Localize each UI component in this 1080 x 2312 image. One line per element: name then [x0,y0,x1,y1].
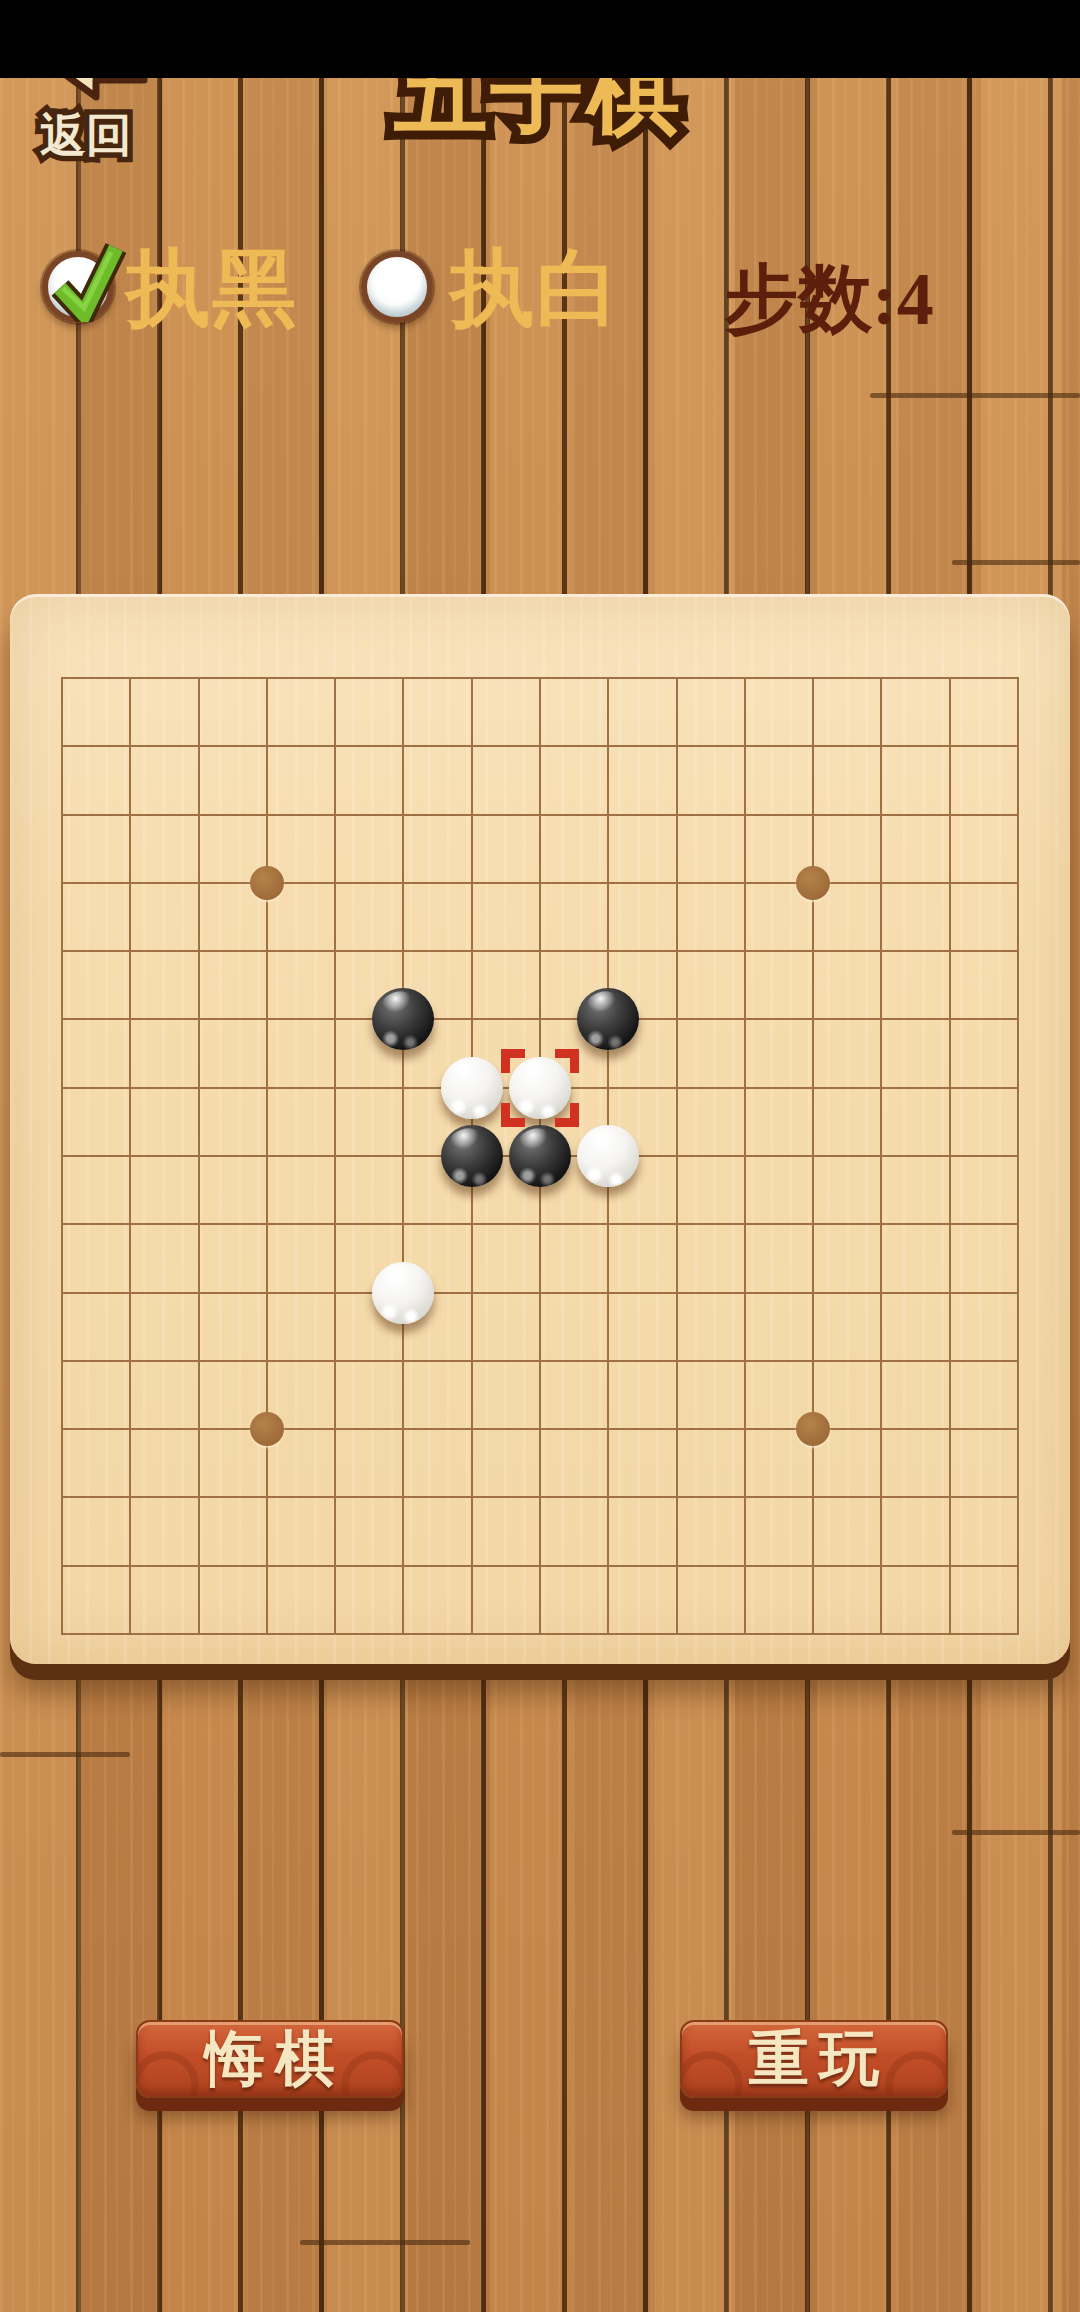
grid-cell[interactable] [129,882,197,950]
wood-seam [0,1752,130,1757]
grid-cell[interactable] [677,1430,745,1498]
grid-cell[interactable] [61,1019,129,1087]
grid-cell[interactable] [608,1224,676,1292]
grid-cell[interactable] [472,1224,540,1292]
grid-cell[interactable] [266,1224,334,1292]
grid-cell[interactable] [403,882,471,950]
board-grid[interactable] [61,677,1019,1635]
grid-cell[interactable] [335,745,403,813]
grid-cell[interactable] [882,1088,950,1156]
grid-cell[interactable] [403,1430,471,1498]
grid-cell[interactable] [198,745,266,813]
star-point [796,1412,830,1446]
grid-cell[interactable] [677,1293,745,1361]
grid-cell[interactable] [61,1361,129,1429]
wood-seam [952,560,1080,565]
grid-cell[interactable] [266,951,334,1019]
grid-cell[interactable] [677,882,745,950]
grid-cell[interactable] [61,951,129,1019]
grid-cell[interactable] [677,1224,745,1292]
grid-cell[interactable] [882,1498,950,1566]
grid-cell[interactable] [335,1430,403,1498]
grid-cell[interactable] [540,1498,608,1566]
grid-cell[interactable] [61,1293,129,1361]
grid-cell[interactable] [951,1019,1019,1087]
check-icon [50,238,126,322]
stone-white [441,1057,503,1119]
grid-cell[interactable] [266,1156,334,1224]
grid-cell[interactable] [198,1019,266,1087]
grid-cell[interactable] [951,1430,1019,1498]
grid-cell[interactable] [403,1361,471,1429]
restart-button-label: 重玩 [739,2020,889,2098]
grid-cell[interactable] [951,814,1019,882]
grid-cell[interactable] [472,1430,540,1498]
grid-cell[interactable] [403,1498,471,1566]
grid-cell[interactable] [951,1088,1019,1156]
grid-cell[interactable] [677,1156,745,1224]
grid-cell[interactable] [266,1088,334,1156]
grid-cell[interactable] [266,1293,334,1361]
grid-cell[interactable] [814,1567,882,1635]
grid-cell[interactable] [61,814,129,882]
grid-cell[interactable] [951,1498,1019,1566]
grid-cell[interactable] [61,1567,129,1635]
grid-cell[interactable] [472,882,540,950]
grid-cell[interactable] [61,1498,129,1566]
grid-cell[interactable] [403,1567,471,1635]
back-button-label: 返回 [40,112,132,158]
grid-cell[interactable] [61,882,129,950]
grid-cell[interactable] [677,677,745,745]
stone-black [509,1125,571,1187]
grid-cell[interactable] [882,745,950,813]
grid-cell[interactable] [882,1361,950,1429]
grid-cell[interactable] [951,745,1019,813]
grid-cell[interactable] [882,1224,950,1292]
grid-cell[interactable] [335,1498,403,1566]
play-black-label: 执黑 [126,246,298,330]
grid-cell[interactable] [198,1224,266,1292]
grid-cell[interactable] [677,1019,745,1087]
grid-cell[interactable] [608,814,676,882]
grid-cell[interactable] [608,882,676,950]
grid-cell[interactable] [61,745,129,813]
grid-cell[interactable] [335,677,403,745]
grid-cell[interactable] [335,1156,403,1224]
grid-cell[interactable] [540,882,608,950]
grid-cell[interactable] [403,677,471,745]
grid-cell[interactable] [61,677,129,745]
grid-cell[interactable] [129,1567,197,1635]
grid-cell[interactable] [403,745,471,813]
grid-cell[interactable] [472,1567,540,1635]
grid-cell[interactable] [745,677,813,745]
stone-white [372,1262,434,1324]
grid-cell[interactable] [198,1498,266,1566]
stone-black [441,1125,503,1187]
grid-cell[interactable] [882,882,950,950]
move-counter-label: 步数 [724,258,872,340]
grid-cell[interactable] [129,1224,197,1292]
move-counter-separator: : [872,258,897,340]
grid-cell[interactable] [540,1224,608,1292]
grid-cell[interactable] [129,1430,197,1498]
grid-cell[interactable] [951,951,1019,1019]
grid-cell[interactable] [608,1361,676,1429]
grid-cell[interactable] [608,1430,676,1498]
grid-cell[interactable] [266,1498,334,1566]
grid-cell[interactable] [403,814,471,882]
grid-cell[interactable] [198,1156,266,1224]
grid-cell[interactable] [472,1361,540,1429]
grid-cell[interactable] [540,1361,608,1429]
grid-cell[interactable] [745,1293,813,1361]
star-point [796,866,830,900]
grid-cell[interactable] [335,1361,403,1429]
grid-cell[interactable] [814,1498,882,1566]
grid-cell[interactable] [814,745,882,813]
wood-seam [952,1830,1080,1835]
grid-cell[interactable] [266,1567,334,1635]
grid-cell[interactable] [677,814,745,882]
grid-cell[interactable] [129,1019,197,1087]
grid-cell[interactable] [951,1224,1019,1292]
grid-cell[interactable] [814,1019,882,1087]
grid-cell[interactable] [882,677,950,745]
grid-cell[interactable] [198,951,266,1019]
grid-cell[interactable] [129,1088,197,1156]
grid-cell[interactable] [814,1293,882,1361]
grid-cell[interactable] [677,1361,745,1429]
grid-cell[interactable] [677,951,745,1019]
grid-cell[interactable] [129,1156,197,1224]
grid-cell[interactable] [608,677,676,745]
grid-cell[interactable] [882,1567,950,1635]
grid-cell[interactable] [472,1293,540,1361]
grid-cell[interactable] [814,1156,882,1224]
grid-cell[interactable] [608,745,676,813]
grid-cell[interactable] [472,814,540,882]
grid-cell[interactable] [608,1293,676,1361]
grid-cell[interactable] [745,1567,813,1635]
grid-cell[interactable] [951,1156,1019,1224]
grid-cell[interactable] [335,882,403,950]
grid-cell[interactable] [608,1498,676,1566]
grid-cell[interactable] [745,745,813,813]
grid-cell[interactable] [540,814,608,882]
grid-cell[interactable] [745,1019,813,1087]
grid-cell[interactable] [814,677,882,745]
grid-cell[interactable] [951,882,1019,950]
play-white-label: 执白 [450,246,622,330]
grid-cell[interactable] [677,1088,745,1156]
grid-cell[interactable] [335,1088,403,1156]
restart-button[interactable]: 重玩 [680,2020,948,2098]
grid-cell[interactable] [951,1361,1019,1429]
grid-cell[interactable] [61,1224,129,1292]
grid-cell[interactable] [129,951,197,1019]
grid-cell[interactable] [677,1567,745,1635]
grid-cell[interactable] [745,1224,813,1292]
stone-black [577,988,639,1050]
app-screen: 返回 五子棋 执黑 执白 步数:4 悔棋 重玩 [0,0,1080,2312]
grid-cell[interactable] [882,1156,950,1224]
game-board-panel [10,594,1070,1664]
grid-cell[interactable] [472,745,540,813]
grid-cell[interactable] [61,1088,129,1156]
grid-cell[interactable] [129,1361,197,1429]
star-point [250,866,284,900]
grid-cell[interactable] [129,677,197,745]
grid-cell[interactable] [198,1567,266,1635]
grid-cell[interactable] [540,1567,608,1635]
grid-cell[interactable] [129,745,197,813]
move-counter: 步数:4 [724,250,934,350]
grid-cell[interactable] [540,1293,608,1361]
undo-button[interactable]: 悔棋 [136,2020,404,2098]
grid-cell[interactable] [882,814,950,882]
grid-cell[interactable] [335,814,403,882]
wood-seam [300,2240,470,2245]
grid-cell[interactable] [814,1088,882,1156]
grid-cell[interactable] [129,1498,197,1566]
grid-cell[interactable] [540,677,608,745]
stone-white [577,1125,639,1187]
grid-cell[interactable] [608,1567,676,1635]
grid-cell[interactable] [198,1088,266,1156]
grid-cell[interactable] [951,1567,1019,1635]
grid-cell[interactable] [951,677,1019,745]
grid-cell[interactable] [677,745,745,813]
grid-cell[interactable] [335,1567,403,1635]
grid-cell[interactable] [266,1019,334,1087]
move-counter-value: 4 [897,258,934,340]
grid-cell[interactable] [198,1293,266,1361]
grid-cell[interactable] [472,951,540,1019]
grid-cell[interactable] [266,677,334,745]
grid-cell[interactable] [951,1293,1019,1361]
grid-cell[interactable] [61,1156,129,1224]
grid-cell[interactable] [882,1430,950,1498]
star-point [250,1412,284,1446]
grid-cell[interactable] [882,951,950,1019]
grid-cell[interactable] [472,677,540,745]
grid-cell[interactable] [129,1293,197,1361]
grid-cell[interactable] [882,1019,950,1087]
grid-cell[interactable] [745,1156,813,1224]
grid-cell[interactable] [677,1498,745,1566]
grid-cell[interactable] [61,1430,129,1498]
grid-cell[interactable] [814,1224,882,1292]
grid-cell[interactable] [814,951,882,1019]
grid-cell[interactable] [266,745,334,813]
play-white-radio[interactable] [361,251,433,323]
grid-cell[interactable] [745,1088,813,1156]
stone-black [372,988,434,1050]
grid-cell[interactable] [129,814,197,882]
wood-seam [870,393,1080,398]
grid-cell[interactable] [540,745,608,813]
status-bar [0,0,1080,78]
grid-cell[interactable] [540,1430,608,1498]
grid-cell[interactable] [745,1498,813,1566]
last-move-marker [501,1049,579,1127]
grid-cell[interactable] [198,677,266,745]
undo-button-label: 悔棋 [195,2020,345,2098]
grid-cell[interactable] [882,1293,950,1361]
grid-cell[interactable] [472,1498,540,1566]
grid-cell[interactable] [745,951,813,1019]
